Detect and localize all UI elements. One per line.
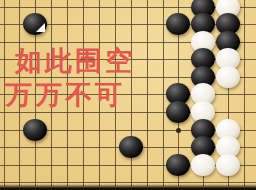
star-point <box>176 128 181 133</box>
caption-line-2: 万万不可 <box>5 78 125 112</box>
grid-hline-6 <box>0 112 256 113</box>
black-stone[interactable] <box>166 101 190 123</box>
grid-vline-8 <box>131 0 132 186</box>
grid-vline-10 <box>163 0 164 186</box>
board-bottom-edge <box>0 184 256 190</box>
black-stone[interactable] <box>166 154 190 176</box>
black-stone[interactable] <box>166 13 190 35</box>
black-stone[interactable] <box>119 136 143 158</box>
black-stone[interactable] <box>23 119 47 141</box>
caption-line-1: 如此围空 <box>15 44 135 78</box>
grid-vline-9 <box>147 0 148 186</box>
white-stone[interactable] <box>216 154 240 176</box>
white-stone[interactable] <box>191 154 215 176</box>
grid-vline-14 <box>244 0 245 186</box>
go-board[interactable]: 如此围空 万万不可 <box>0 0 256 190</box>
white-stone[interactable] <box>216 66 240 88</box>
black-stone[interactable] <box>23 13 47 35</box>
triangle-marker-icon <box>36 23 45 32</box>
grid-hline-10 <box>0 182 256 183</box>
